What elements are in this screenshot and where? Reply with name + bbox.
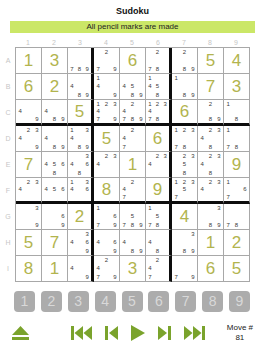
cell-B6[interactable]: 1458: [146, 74, 172, 100]
cell-G7[interactable]: 4: [172, 204, 198, 230]
pencil-marks: 4568: [42, 152, 67, 177]
step-forward-icon: [158, 326, 171, 340]
pencil-marks: 247: [146, 256, 169, 281]
pencil-marks: 234: [16, 178, 41, 201]
cell-D9[interactable]: 178: [224, 126, 250, 152]
col-label-6: 6: [145, 39, 171, 46]
big-digit: 7: [24, 156, 33, 173]
cell-C4[interactable]: 123479: [94, 100, 120, 126]
number-button-8[interactable]: 8: [202, 291, 223, 312]
pencil-marks: 49: [16, 100, 41, 123]
big-digit: 4: [232, 52, 241, 69]
cell-I6[interactable]: 247: [146, 256, 172, 282]
cell-F9[interactable]: 167: [224, 178, 250, 204]
pencil-marks: 1578: [146, 204, 169, 229]
cell-E1[interactable]: 7: [16, 152, 42, 178]
pencil-marks: 2348: [198, 152, 223, 177]
cell-D8[interactable]: 2348: [198, 126, 224, 152]
pencil-marks: 2358: [172, 152, 197, 177]
move-counter-value: 81: [227, 333, 253, 343]
row-label-E: E: [1, 151, 15, 177]
cell-C8[interactable]: 289: [198, 100, 224, 126]
page-title: Sudoku: [0, 6, 265, 16]
row-label-H: H: [1, 229, 15, 255]
col-label-4: 4: [93, 39, 119, 46]
col-label-8: 8: [197, 39, 223, 46]
big-digit: 5: [206, 52, 215, 69]
cell-A8[interactable]: 5: [198, 48, 224, 74]
cell-F7[interactable]: 12357: [172, 178, 198, 204]
big-digit: 8: [102, 181, 111, 198]
pencil-marks: 289: [198, 100, 223, 123]
cell-D6[interactable]: 6: [146, 126, 172, 152]
cell-F6[interactable]: 9: [146, 178, 172, 204]
cell-B2[interactable]: 2: [42, 74, 68, 100]
row-label-A: A: [1, 47, 15, 73]
eject-icon: [12, 326, 29, 340]
cell-B3[interactable]: 489: [68, 74, 94, 100]
cell-A6[interactable]: 278: [146, 48, 172, 74]
col-label-9: 9: [223, 39, 249, 46]
big-digit: 5: [232, 260, 241, 277]
pencil-marks: 18: [224, 100, 249, 123]
big-digit: 2: [75, 208, 84, 225]
cell-D5[interactable]: 247: [120, 126, 146, 152]
cell-I2[interactable]: 1: [42, 256, 68, 282]
pencil-marks: 48: [146, 230, 169, 255]
pencil-marks: 3469: [68, 230, 91, 255]
cell-B5[interactable]: 4589: [120, 74, 146, 100]
cell-G3[interactable]: 2: [68, 204, 94, 230]
pencil-marks: 2479: [94, 256, 119, 281]
pencil-marks: 49: [68, 256, 91, 281]
cell-G9[interactable]: 78: [224, 204, 250, 230]
cell-C7[interactable]: 6: [172, 100, 198, 126]
cell-D3[interactable]: 13489: [68, 126, 94, 152]
play-button[interactable]: [131, 325, 145, 341]
col-label-1: 1: [15, 39, 41, 46]
cell-H7[interactable]: 389: [172, 230, 198, 256]
cell-D2[interactable]: 489: [42, 126, 68, 152]
big-digit: 9: [232, 156, 241, 173]
cell-C6[interactable]: 123478: [146, 100, 172, 126]
cell-D7[interactable]: 12378: [172, 126, 198, 152]
skip-to-start-icon: [71, 326, 92, 340]
pencil-marks: 149: [94, 74, 119, 99]
row-label-C: C: [1, 99, 15, 125]
row-label-D: D: [1, 125, 15, 151]
big-digit: 8: [24, 260, 33, 277]
pencil-marks: 234: [198, 178, 223, 201]
big-digit: 3: [232, 78, 241, 95]
skip-to-start-button[interactable]: [71, 326, 92, 340]
pencil-marks: 24789: [120, 100, 145, 123]
pencil-marks: 279: [94, 48, 119, 73]
cell-G1[interactable]: 39: [16, 204, 42, 230]
cell-H3[interactable]: 3469: [68, 230, 94, 256]
number-button-5[interactable]: 5: [122, 291, 143, 312]
cell-I8[interactable]: 6: [198, 256, 224, 282]
big-digit: 6: [128, 52, 137, 69]
cell-A4[interactable]: 279: [94, 48, 120, 74]
pencil-marks: 489: [120, 230, 145, 255]
big-digit: 6: [153, 130, 162, 147]
pencil-marks: 167: [224, 178, 249, 201]
number-button-9[interactable]: 9: [229, 291, 250, 312]
pencil-marks: 234: [146, 152, 169, 177]
cell-E9[interactable]: 9: [224, 152, 250, 178]
cell-A1[interactable]: 1: [16, 48, 42, 74]
pencil-marks: 456: [42, 178, 67, 201]
pencil-marks: 12378: [172, 126, 197, 151]
column-labels: 123456789: [15, 39, 265, 46]
pencil-marks: 39: [16, 204, 41, 229]
cell-B1[interactable]: 6: [16, 74, 42, 100]
col-label-7: 7: [171, 39, 197, 46]
status-banner: All pencil marks are made: [10, 21, 255, 33]
cell-B9[interactable]: 3: [224, 74, 250, 100]
pencil-marks: 469: [94, 230, 119, 255]
pencil-marks: 489: [42, 100, 67, 123]
pencil-marks: 234: [94, 152, 119, 177]
skip-to-end-button[interactable]: [184, 326, 205, 340]
cell-I7[interactable]: 79: [172, 256, 198, 282]
cell-E5[interactable]: 1: [120, 152, 146, 178]
cell-C1[interactable]: 49: [16, 100, 42, 126]
big-digit: 4: [180, 208, 189, 225]
pencil-marks: 289: [172, 48, 197, 73]
cell-C9[interactable]: 18: [224, 100, 250, 126]
playback-controls: [71, 325, 205, 341]
row-label-B: B: [1, 73, 15, 99]
pencil-marks: 12357: [172, 178, 197, 201]
row-label-G: G: [1, 203, 15, 229]
big-digit: 1: [128, 156, 137, 173]
cell-F1[interactable]: 234: [16, 178, 42, 204]
number-button-2[interactable]: 2: [41, 291, 62, 312]
cell-G5[interactable]: 5789: [120, 204, 146, 230]
cell-H5[interactable]: 489: [120, 230, 146, 256]
cell-E7[interactable]: 2358: [172, 152, 198, 178]
row-label-I: I: [1, 255, 15, 281]
control-bar: Move # 81: [0, 323, 265, 344]
cell-I3[interactable]: 49: [68, 256, 94, 282]
pencil-marks: 79: [172, 256, 197, 281]
number-button-6[interactable]: 6: [148, 291, 169, 312]
cell-I5[interactable]: 3: [120, 256, 146, 282]
big-digit: 2: [232, 234, 241, 251]
move-counter: Move # 81: [227, 323, 253, 344]
cell-H4[interactable]: 469: [94, 230, 120, 256]
big-digit: 7: [50, 234, 59, 251]
cell-H1[interactable]: 5: [16, 230, 42, 256]
step-back-icon: [105, 326, 118, 340]
cell-E2[interactable]: 4568: [42, 152, 68, 178]
big-digit: 5: [24, 234, 33, 251]
cell-B7[interactable]: 189: [172, 74, 198, 100]
cell-H8[interactable]: 1: [198, 230, 224, 256]
pencil-marks: 178: [224, 126, 249, 151]
pencil-marks: 4589: [120, 74, 145, 99]
cell-I9[interactable]: 5: [224, 256, 250, 282]
number-button-7[interactable]: 7: [175, 291, 196, 312]
pencil-marks: 123479: [94, 100, 119, 123]
cell-F4[interactable]: 8: [94, 178, 120, 204]
step-back-button[interactable]: [105, 326, 118, 340]
big-digit: 1: [50, 260, 59, 277]
pencil-marks: 1346: [68, 178, 91, 201]
cell-B8[interactable]: 7: [198, 74, 224, 100]
pencil-marks: 123478: [146, 100, 169, 123]
pencil-marks: 2348: [198, 126, 223, 151]
big-digit: 7: [206, 78, 215, 95]
cell-B4[interactable]: 149: [94, 74, 120, 100]
pencil-marks: 69: [42, 204, 67, 229]
cell-D1[interactable]: 2349: [16, 126, 42, 152]
pencil-marks: 3468: [68, 152, 91, 177]
big-digit: 2: [50, 78, 59, 95]
skip-to-end-icon: [184, 326, 205, 340]
big-digit: 3: [50, 52, 59, 69]
cell-A9[interactable]: 4: [224, 48, 250, 74]
step-forward-button[interactable]: [158, 326, 171, 340]
cell-F8[interactable]: 234: [198, 178, 224, 204]
cell-A5[interactable]: 6: [120, 48, 146, 74]
col-label-2: 2: [41, 39, 67, 46]
pencil-marks: 78: [224, 204, 249, 229]
big-digit: 6: [206, 260, 215, 277]
sudoku-board: ABCDEFGHI 137892796278289546248914945891…: [1, 47, 265, 282]
cell-H9[interactable]: 2: [224, 230, 250, 256]
cell-F3[interactable]: 1346: [68, 178, 94, 204]
pencil-marks: 1679: [94, 204, 119, 229]
row-label-F: F: [1, 177, 15, 203]
pencil-marks: 489: [42, 126, 67, 151]
number-button-3[interactable]: 3: [68, 291, 89, 312]
cell-E4[interactable]: 234: [94, 152, 120, 178]
pencil-marks: 389: [198, 204, 223, 229]
cell-D4[interactable]: 5: [94, 126, 120, 152]
cell-F5[interactable]: 247: [120, 178, 146, 204]
big-digit: 5: [75, 103, 84, 120]
pencil-marks: 247: [120, 126, 145, 151]
row-labels: ABCDEFGHI: [1, 47, 15, 282]
col-label-3: 3: [67, 39, 93, 46]
cell-G8[interactable]: 389: [198, 204, 224, 230]
sudoku-grid: 1378927962782895462489149458914581897349…: [15, 47, 250, 282]
cell-G6[interactable]: 1578: [146, 204, 172, 230]
cell-A2[interactable]: 3: [42, 48, 68, 74]
pencil-marks: 489: [68, 74, 91, 99]
big-digit: 5: [102, 130, 111, 147]
pencil-marks: 1458: [146, 74, 169, 99]
big-digit: 1: [206, 234, 215, 251]
cell-H6[interactable]: 48: [146, 230, 172, 256]
cell-I4[interactable]: 2479: [94, 256, 120, 282]
cell-A3[interactable]: 789: [68, 48, 94, 74]
cell-C2[interactable]: 489: [42, 100, 68, 126]
number-button-4[interactable]: 4: [95, 291, 116, 312]
big-digit: 6: [180, 103, 189, 120]
number-button-1[interactable]: 1: [14, 291, 35, 312]
cell-C5[interactable]: 24789: [120, 100, 146, 126]
move-counter-label: Move #: [227, 323, 253, 333]
big-digit: 3: [128, 260, 137, 277]
big-digit: 9: [153, 181, 162, 198]
cell-F2[interactable]: 456: [42, 178, 68, 204]
big-digit: 1: [24, 52, 33, 69]
pencil-marks: 278: [146, 48, 169, 73]
play-icon: [131, 325, 145, 341]
pencil-marks: 2349: [16, 126, 41, 151]
cell-G4[interactable]: 1679: [94, 204, 120, 230]
col-label-5: 5: [119, 39, 145, 46]
pencil-marks: 5789: [120, 204, 145, 229]
cell-C3[interactable]: 5: [68, 100, 94, 126]
cell-G2[interactable]: 69: [42, 204, 68, 230]
cell-H2[interactable]: 7: [42, 230, 68, 256]
cell-E3[interactable]: 3468: [68, 152, 94, 178]
pencil-marks: 13489: [68, 126, 91, 151]
pencil-marks: 389: [172, 230, 197, 255]
cell-I1[interactable]: 8: [16, 256, 42, 282]
pencil-marks: 189: [172, 74, 197, 99]
pencil-marks: 247: [120, 178, 145, 201]
eject-button[interactable]: [12, 326, 29, 340]
big-digit: 6: [24, 78, 33, 95]
cell-A7[interactable]: 289: [172, 48, 198, 74]
cell-E8[interactable]: 2348: [198, 152, 224, 178]
cell-E6[interactable]: 234: [146, 152, 172, 178]
number-pad: 123456789: [14, 291, 250, 312]
pencil-marks: 789: [68, 48, 91, 73]
